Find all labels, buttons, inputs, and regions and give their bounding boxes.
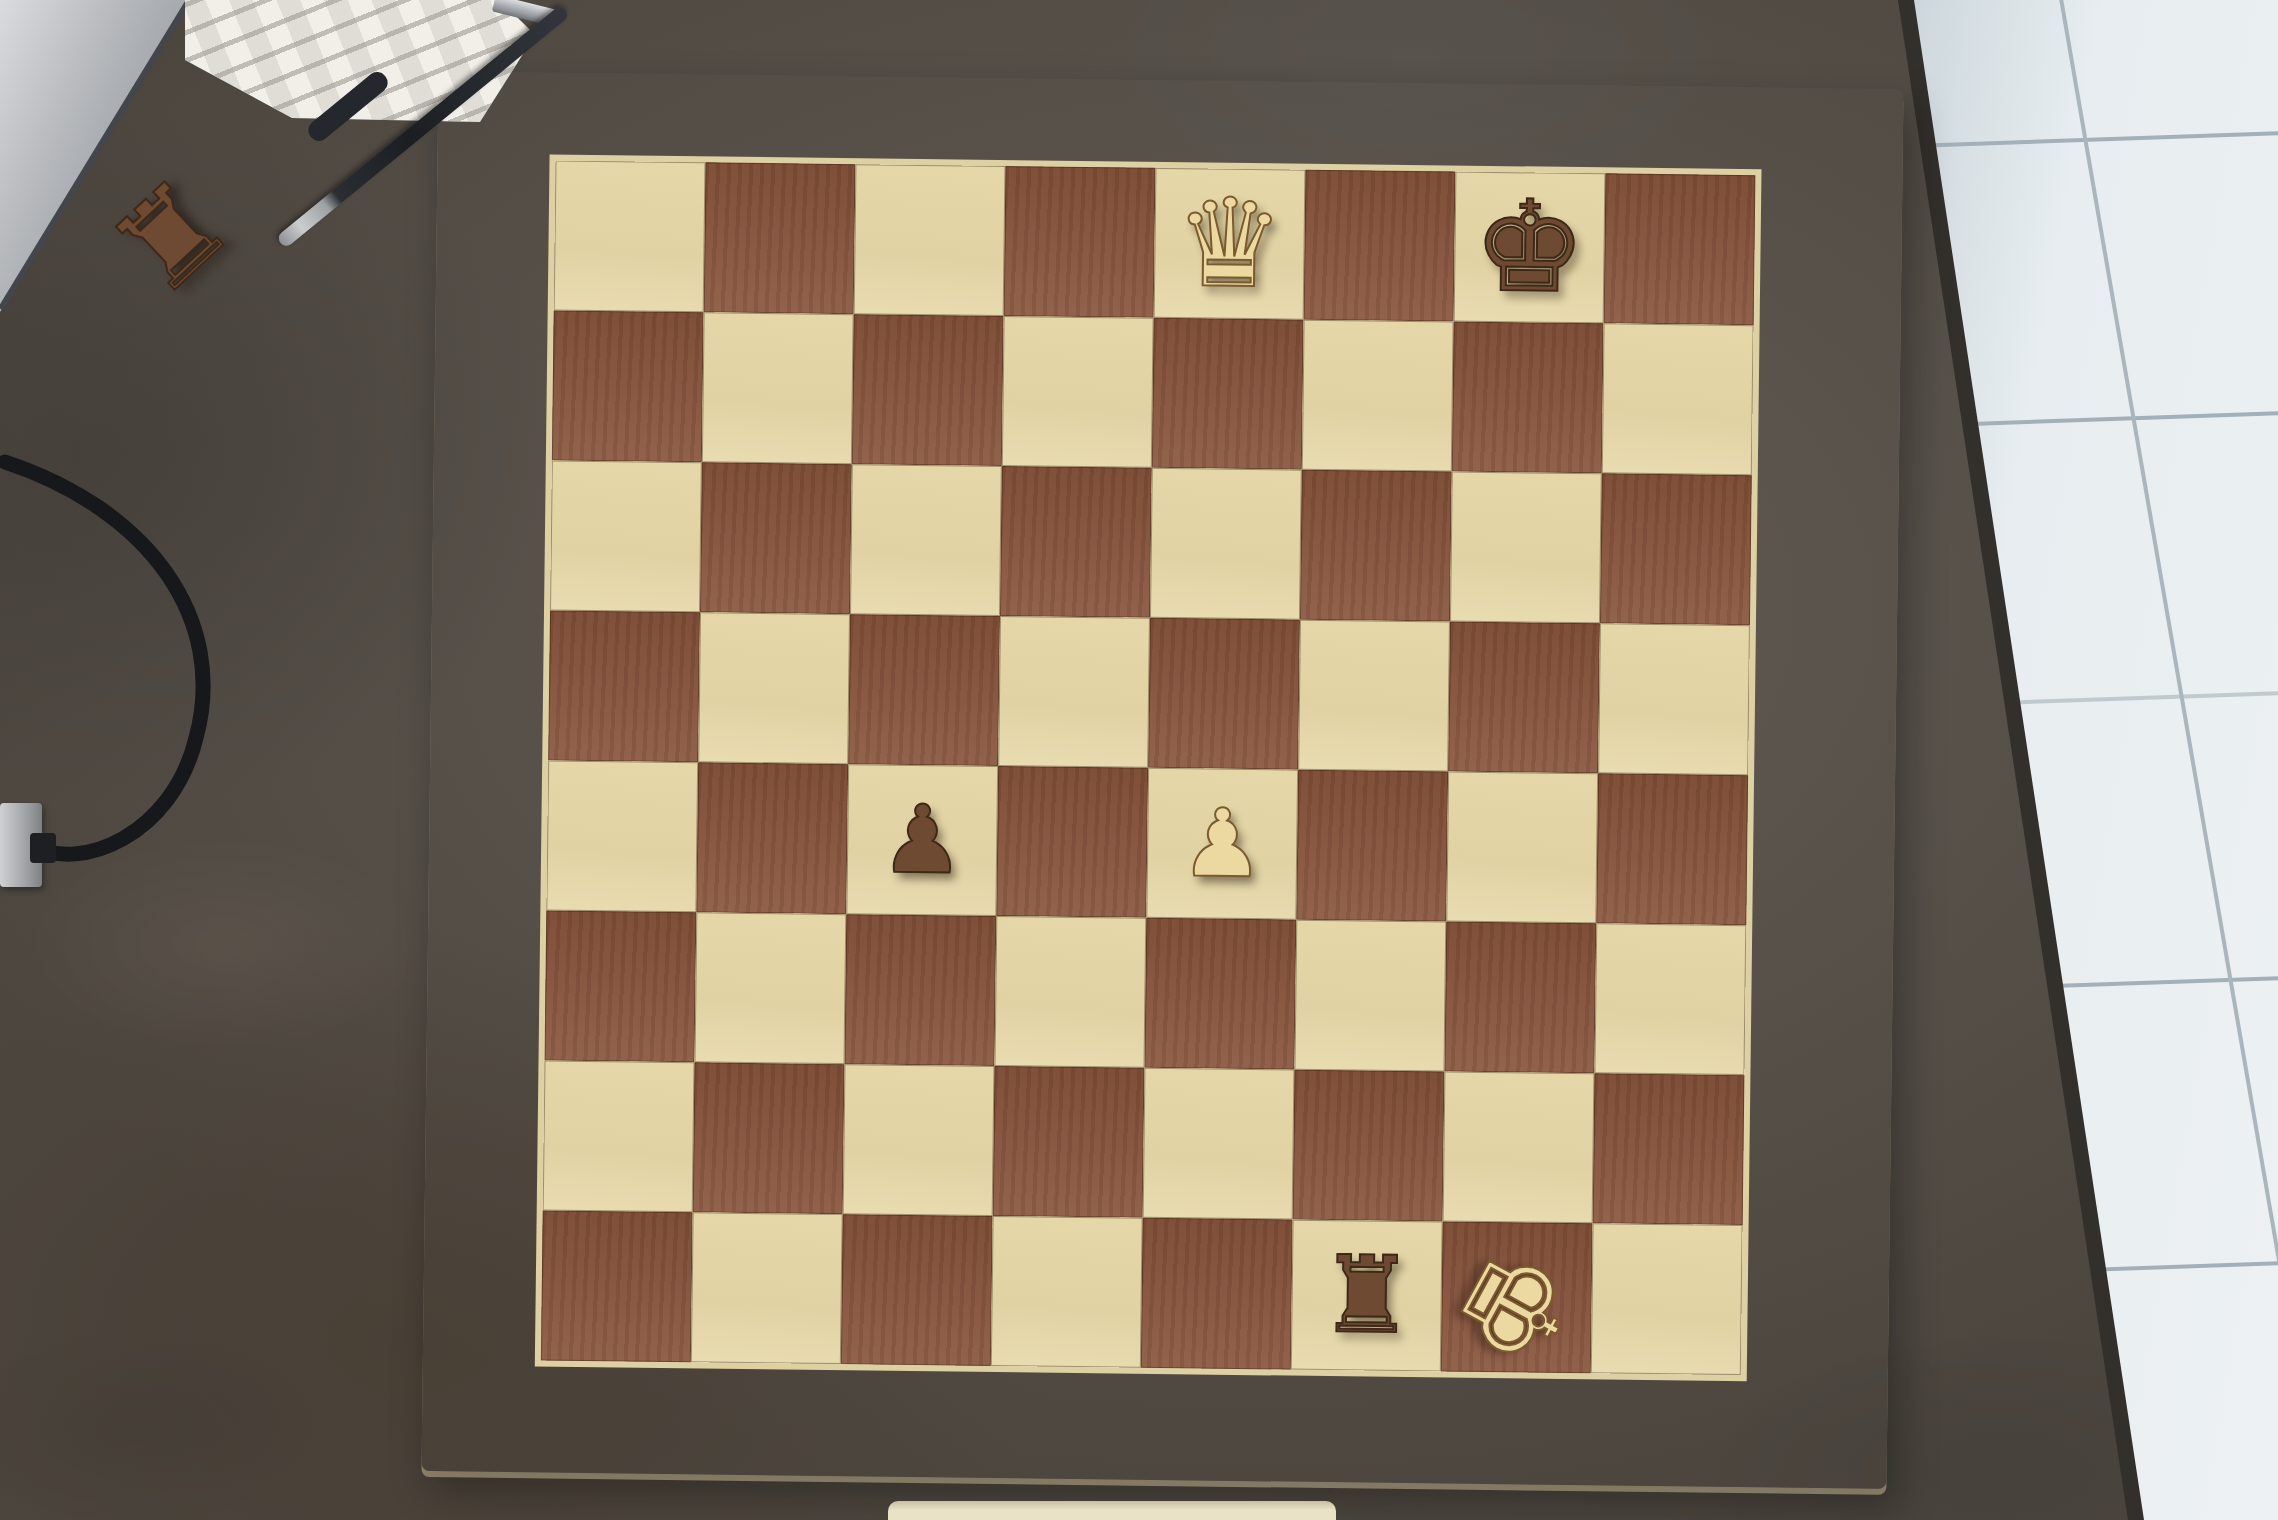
square-d4	[996, 766, 1148, 918]
square-e6	[1150, 468, 1302, 620]
square-a4	[546, 760, 698, 912]
square-b4	[696, 762, 848, 914]
square-h6	[1600, 473, 1752, 625]
square-h4	[1596, 773, 1748, 925]
square-a5	[548, 611, 700, 763]
square-a1	[541, 1210, 693, 1362]
square-b6	[700, 462, 852, 614]
square-e8: ♛	[1154, 168, 1306, 320]
square-c7	[852, 314, 1004, 466]
square-h3	[1594, 923, 1746, 1075]
square-h7	[1602, 323, 1754, 475]
board-grid: ♛♚♟♟♜♚	[541, 161, 1756, 1376]
square-b8	[704, 162, 856, 314]
square-e3	[1144, 918, 1296, 1070]
square-c3	[845, 914, 997, 1066]
square-a2	[543, 1060, 695, 1212]
square-b7	[702, 312, 854, 464]
square-h1	[1591, 1223, 1743, 1375]
square-b1	[691, 1212, 843, 1364]
square-c4: ♟	[846, 764, 998, 916]
chessboard: ♛♚♟♟♜♚	[422, 71, 1904, 1489]
square-d7	[1002, 316, 1154, 468]
white-king[interactable]: ♚	[1430, 1226, 1597, 1388]
square-h5	[1598, 623, 1750, 775]
square-a8	[554, 161, 706, 313]
square-b5	[698, 612, 850, 764]
square-f6	[1300, 470, 1452, 622]
square-f3	[1294, 920, 1446, 1072]
square-g5	[1448, 622, 1600, 774]
square-f2	[1293, 1070, 1445, 1222]
square-g1: ♚	[1441, 1221, 1593, 1373]
square-g3	[1444, 921, 1596, 1073]
square-g4	[1446, 771, 1598, 923]
square-e1	[1141, 1218, 1293, 1370]
square-e2	[1143, 1068, 1295, 1220]
square-a6	[550, 461, 702, 613]
square-f8	[1304, 170, 1456, 322]
square-c6	[850, 464, 1002, 616]
black-king[interactable]: ♚	[1472, 184, 1586, 311]
square-a3	[545, 910, 697, 1062]
square-c2	[843, 1064, 995, 1216]
square-b3	[695, 912, 847, 1064]
square-f1: ♜	[1291, 1220, 1443, 1372]
square-e4: ♟	[1146, 768, 1298, 920]
square-c5	[848, 614, 1000, 766]
square-g7	[1452, 322, 1604, 474]
black-pawn[interactable]: ♟	[880, 793, 965, 888]
square-h2	[1593, 1073, 1745, 1225]
white-queen[interactable]: ♛	[1174, 182, 1285, 305]
square-d2	[993, 1066, 1145, 1218]
square-c1	[841, 1214, 993, 1366]
square-a7	[552, 311, 704, 463]
square-d5	[998, 616, 1150, 768]
usb-cable-plug	[30, 833, 56, 863]
square-e7	[1152, 318, 1304, 470]
square-e5	[1148, 618, 1300, 770]
square-c8	[854, 164, 1006, 316]
storage-box-edge	[888, 1501, 1336, 1520]
square-f4	[1296, 770, 1448, 922]
square-d1	[991, 1216, 1143, 1368]
square-f5	[1298, 620, 1450, 772]
white-pawn[interactable]: ♟	[1180, 796, 1265, 891]
square-f7	[1302, 320, 1454, 472]
square-d6	[1000, 466, 1152, 618]
square-g6	[1450, 472, 1602, 624]
square-g8: ♚	[1454, 172, 1606, 324]
tile-grout-line	[1870, 130, 2278, 149]
black-rook[interactable]: ♜	[1319, 1242, 1415, 1349]
square-d3	[994, 916, 1146, 1068]
square-h8	[1604, 173, 1756, 325]
square-g2	[1443, 1071, 1595, 1223]
square-b2	[693, 1062, 845, 1214]
square-d8	[1004, 166, 1156, 318]
